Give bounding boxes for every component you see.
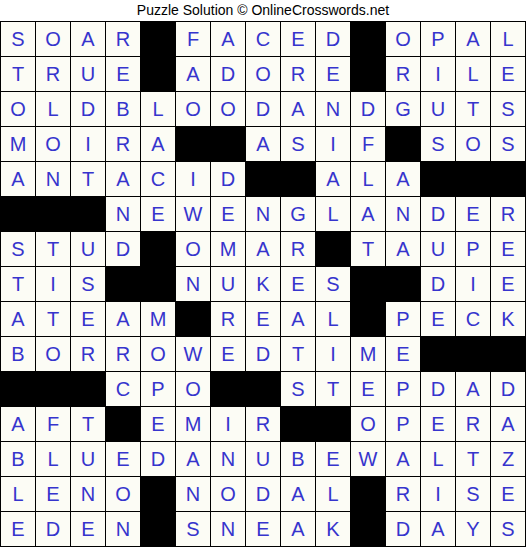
letter-cell: A (1, 162, 35, 196)
block-cell (351, 477, 385, 511)
letter-cell: C (456, 302, 490, 336)
letter-cell: A (491, 407, 525, 441)
letter-cell: E (351, 372, 385, 406)
page-title: Puzzle Solution © OnlineCrosswords.net (0, 0, 526, 21)
letter-cell: S (1, 232, 35, 266)
letter-cell: O (36, 127, 70, 161)
block-cell (141, 512, 175, 546)
letter-cell: U (211, 267, 245, 301)
letter-cell: A (246, 127, 280, 161)
letter-cell: K (316, 512, 350, 546)
block-cell (176, 127, 210, 161)
letter-cell: I (316, 127, 350, 161)
letter-cell: N (316, 92, 350, 126)
block-cell (351, 302, 385, 336)
letter-cell: D (36, 512, 70, 546)
letter-cell: N (246, 197, 280, 231)
letter-cell: N (211, 442, 245, 476)
letter-cell: R (491, 197, 525, 231)
letter-cell: D (491, 372, 525, 406)
letter-cell: M (351, 337, 385, 371)
letter-cell: L (456, 57, 490, 91)
letter-cell: U (71, 232, 105, 266)
block-cell (456, 337, 490, 371)
block-cell (1, 372, 35, 406)
letter-cell: A (281, 92, 315, 126)
letter-cell: L (36, 442, 70, 476)
letter-cell: L (316, 302, 350, 336)
letter-cell: I (211, 407, 245, 441)
letter-cell: A (456, 22, 490, 56)
letter-cell: L (141, 92, 175, 126)
letter-cell: D (421, 372, 455, 406)
block-cell (141, 232, 175, 266)
block-cell (141, 22, 175, 56)
letter-cell: T (316, 372, 350, 406)
letter-cell: F (176, 22, 210, 56)
letter-cell: Y (456, 512, 490, 546)
block-cell (281, 407, 315, 441)
letter-cell: R (281, 232, 315, 266)
letter-cell: D (246, 92, 280, 126)
letter-cell: C (246, 22, 280, 56)
letter-cell: O (351, 407, 385, 441)
letter-cell: U (421, 92, 455, 126)
letter-cell: O (141, 337, 175, 371)
block-cell (1, 197, 35, 231)
block-cell (456, 162, 490, 196)
letter-cell: D (316, 22, 350, 56)
letter-cell: I (36, 267, 70, 301)
letter-cell: F (351, 127, 385, 161)
block-cell (36, 197, 70, 231)
letter-cell: S (491, 127, 525, 161)
letter-cell: R (456, 407, 490, 441)
letter-cell: T (351, 232, 385, 266)
letter-cell: T (456, 92, 490, 126)
letter-cell: D (106, 232, 140, 266)
letter-cell: R (106, 337, 140, 371)
letter-cell: N (386, 197, 420, 231)
letter-cell: K (491, 302, 525, 336)
letter-cell: E (246, 512, 280, 546)
letter-cell: O (176, 372, 210, 406)
letter-cell: P (456, 232, 490, 266)
letter-cell: L (1, 477, 35, 511)
letter-cell: E (491, 267, 525, 301)
letter-cell: E (421, 407, 455, 441)
letter-cell: A (1, 302, 35, 336)
letter-cell: E (36, 477, 70, 511)
letter-cell: L (421, 442, 455, 476)
letter-cell: I (421, 477, 455, 511)
letter-cell: N (176, 477, 210, 511)
letter-cell: L (491, 22, 525, 56)
letter-cell: D (211, 162, 245, 196)
letter-cell: U (421, 232, 455, 266)
letter-cell: S (176, 512, 210, 546)
letter-cell: A (281, 302, 315, 336)
letter-cell: S (1, 22, 35, 56)
letter-cell: E (316, 442, 350, 476)
letter-cell: E (281, 22, 315, 56)
letter-cell: A (421, 512, 455, 546)
letter-cell: R (71, 337, 105, 371)
letter-cell: R (106, 22, 140, 56)
letter-cell: N (106, 512, 140, 546)
block-cell (491, 162, 525, 196)
block-cell (176, 302, 210, 336)
block-cell (211, 372, 245, 406)
letter-cell: A (106, 302, 140, 336)
block-cell (106, 407, 140, 441)
letter-cell: O (176, 92, 210, 126)
letter-cell: D (246, 477, 280, 511)
letter-cell: U (246, 442, 280, 476)
letter-cell: P (386, 372, 420, 406)
letter-cell: O (246, 57, 280, 91)
letter-cell: R (106, 127, 140, 161)
block-cell (281, 162, 315, 196)
crossword-grid: SOARFACEDOPALTRUEADORERILEOLDBLOODANDGUT… (0, 21, 526, 547)
letter-cell: M (141, 302, 175, 336)
block-cell (211, 127, 245, 161)
letter-cell: I (176, 162, 210, 196)
letter-cell: B (1, 442, 35, 476)
block-cell (141, 267, 175, 301)
letter-cell: B (281, 442, 315, 476)
letter-cell: E (421, 302, 455, 336)
letter-cell: E (491, 477, 525, 511)
letter-cell: A (176, 57, 210, 91)
letter-cell: D (71, 92, 105, 126)
letter-cell: C (141, 162, 175, 196)
block-cell (71, 197, 105, 231)
letter-cell: A (106, 162, 140, 196)
letter-cell: E (211, 337, 245, 371)
letter-cell: S (491, 92, 525, 126)
letter-cell: M (211, 232, 245, 266)
letter-cell: T (36, 232, 70, 266)
letter-cell: D (421, 197, 455, 231)
letter-cell: T (281, 337, 315, 371)
letter-cell: U (71, 442, 105, 476)
letter-cell: T (71, 407, 105, 441)
letter-cell: A (386, 232, 420, 266)
block-cell (316, 232, 350, 266)
letter-cell: S (281, 372, 315, 406)
letter-cell: O (36, 337, 70, 371)
letter-cell: I (456, 267, 490, 301)
letter-cell: L (316, 197, 350, 231)
letter-cell: M (176, 407, 210, 441)
letter-cell: I (71, 127, 105, 161)
letter-cell: O (1, 92, 35, 126)
letter-cell: E (71, 512, 105, 546)
block-cell (36, 372, 70, 406)
block-cell (141, 57, 175, 91)
letter-cell: D (141, 442, 175, 476)
letter-cell: A (281, 477, 315, 511)
letter-cell: A (176, 442, 210, 476)
letter-cell: N (176, 267, 210, 301)
letter-cell: E (71, 302, 105, 336)
block-cell (316, 407, 350, 441)
letter-cell: W (176, 197, 210, 231)
block-cell (246, 162, 280, 196)
letter-cell: D (211, 57, 245, 91)
block-cell (246, 372, 280, 406)
letter-cell: E (106, 57, 140, 91)
letter-cell: N (36, 162, 70, 196)
letter-cell: B (1, 337, 35, 371)
letter-cell: E (141, 407, 175, 441)
block-cell (386, 267, 420, 301)
letter-cell: E (141, 197, 175, 231)
letter-cell: I (316, 337, 350, 371)
letter-cell: E (106, 442, 140, 476)
letter-cell: A (246, 232, 280, 266)
block-cell (351, 22, 385, 56)
letter-cell: S (281, 127, 315, 161)
letter-cell: E (491, 232, 525, 266)
letter-cell: E (211, 197, 245, 231)
letter-cell: D (386, 512, 420, 546)
block-cell (351, 57, 385, 91)
letter-cell: O (36, 22, 70, 56)
letter-cell: S (456, 477, 490, 511)
letter-cell: N (106, 197, 140, 231)
letter-cell: E (386, 337, 420, 371)
letter-cell: D (246, 337, 280, 371)
letter-cell: R (386, 57, 420, 91)
letter-cell: R (386, 477, 420, 511)
block-cell (106, 267, 140, 301)
letter-cell: O (211, 477, 245, 511)
letter-cell: A (316, 162, 350, 196)
letter-cell: R (36, 57, 70, 91)
block-cell (351, 267, 385, 301)
letter-cell: R (211, 302, 245, 336)
letter-cell: U (71, 57, 105, 91)
letter-cell: G (386, 92, 420, 126)
block-cell (421, 162, 455, 196)
letter-cell: Z (491, 442, 525, 476)
letter-cell: S (71, 267, 105, 301)
letter-cell: A (456, 372, 490, 406)
letter-cell: E (316, 57, 350, 91)
letter-cell: L (351, 162, 385, 196)
block-cell (386, 127, 420, 161)
letter-cell: A (1, 407, 35, 441)
letter-cell: S (491, 512, 525, 546)
letter-cell: P (421, 22, 455, 56)
letter-cell: A (351, 197, 385, 231)
letter-cell: E (281, 267, 315, 301)
letter-cell: W (176, 337, 210, 371)
letter-cell: E (246, 302, 280, 336)
letter-cell: E (491, 57, 525, 91)
letter-cell: R (281, 57, 315, 91)
puzzle-solution-page: Puzzle Solution © OnlineCrosswords.net S… (0, 0, 526, 551)
block-cell (71, 372, 105, 406)
letter-cell: M (1, 127, 35, 161)
letter-cell: L (316, 477, 350, 511)
letter-cell: F (36, 407, 70, 441)
letter-cell: I (421, 57, 455, 91)
letter-cell: K (246, 267, 280, 301)
letter-cell: E (1, 512, 35, 546)
letter-cell: D (351, 92, 385, 126)
letter-cell: A (386, 162, 420, 196)
block-cell (351, 512, 385, 546)
letter-cell: A (211, 22, 245, 56)
letter-cell: B (106, 92, 140, 126)
letter-cell: P (141, 372, 175, 406)
block-cell (491, 337, 525, 371)
letter-cell: O (106, 477, 140, 511)
letter-cell: T (1, 57, 35, 91)
letter-cell: A (141, 127, 175, 161)
letter-cell: T (456, 442, 490, 476)
letter-cell: A (386, 442, 420, 476)
letter-cell: N (211, 512, 245, 546)
letter-cell: O (176, 232, 210, 266)
letter-cell: A (71, 22, 105, 56)
letter-cell: W (351, 442, 385, 476)
letter-cell: T (36, 302, 70, 336)
letter-cell: T (71, 162, 105, 196)
letter-cell: C (106, 372, 140, 406)
letter-cell: O (211, 92, 245, 126)
letter-cell: O (386, 22, 420, 56)
letter-cell: A (281, 512, 315, 546)
letter-cell: T (1, 267, 35, 301)
letter-cell: R (246, 407, 280, 441)
letter-cell: S (421, 127, 455, 161)
letter-cell: E (456, 197, 490, 231)
letter-cell: P (386, 407, 420, 441)
letter-cell: P (386, 302, 420, 336)
block-cell (141, 477, 175, 511)
letter-cell: N (71, 477, 105, 511)
letter-cell: D (421, 267, 455, 301)
letter-cell: L (36, 92, 70, 126)
letter-cell: O (456, 127, 490, 161)
letter-cell: S (316, 267, 350, 301)
block-cell (421, 337, 455, 371)
letter-cell: G (281, 197, 315, 231)
